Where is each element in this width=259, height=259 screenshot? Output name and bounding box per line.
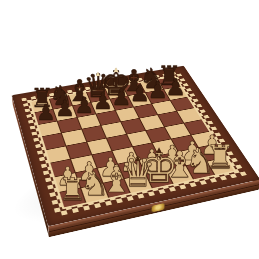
- square-h2: [199, 144, 225, 160]
- square-d3: [113, 147, 138, 164]
- square-a3: [50, 159, 75, 176]
- square-c2: [98, 165, 124, 183]
- square-g1: [187, 162, 214, 180]
- square-d4: [107, 134, 131, 150]
- square-c4: [87, 138, 111, 154]
- product-photo: ♜♞♝♛▴♚▴♝♞♜♟♟♟♟♟♟♟♟♟♟♟♟♟♟♟♟♜♞♝♛▴♚▴♝♞♜: [0, 0, 259, 259]
- square-a6: [38, 121, 61, 136]
- square-h1: [207, 157, 234, 174]
- square-a5: [42, 133, 65, 149]
- field-border: [29, 75, 237, 209]
- square-a4: [46, 146, 70, 163]
- brass-clasp: [152, 203, 165, 212]
- square-g2: [179, 148, 205, 165]
- square-e2: [139, 156, 165, 173]
- square-g3: [172, 135, 197, 151]
- board-frame: [12, 66, 259, 227]
- square-a1: [60, 188, 86, 207]
- scene: [0, 0, 259, 259]
- square-b3: [71, 155, 96, 172]
- square-a2: [55, 173, 80, 191]
- square-c3: [92, 151, 117, 168]
- square-d1: [125, 174, 152, 192]
- square-f3: [152, 139, 177, 155]
- square-b2: [76, 169, 102, 187]
- square-e1: [146, 170, 173, 188]
- playing-field: [31, 77, 234, 208]
- square-c1: [103, 179, 129, 198]
- square-h3: [191, 132, 217, 148]
- square-f2: [159, 152, 185, 169]
- square-b4: [67, 142, 91, 158]
- chess-board: [12, 66, 259, 227]
- square-e3: [133, 143, 158, 159]
- square-d2: [118, 160, 144, 178]
- square-f1: [166, 166, 193, 184]
- square-b1: [82, 183, 108, 202]
